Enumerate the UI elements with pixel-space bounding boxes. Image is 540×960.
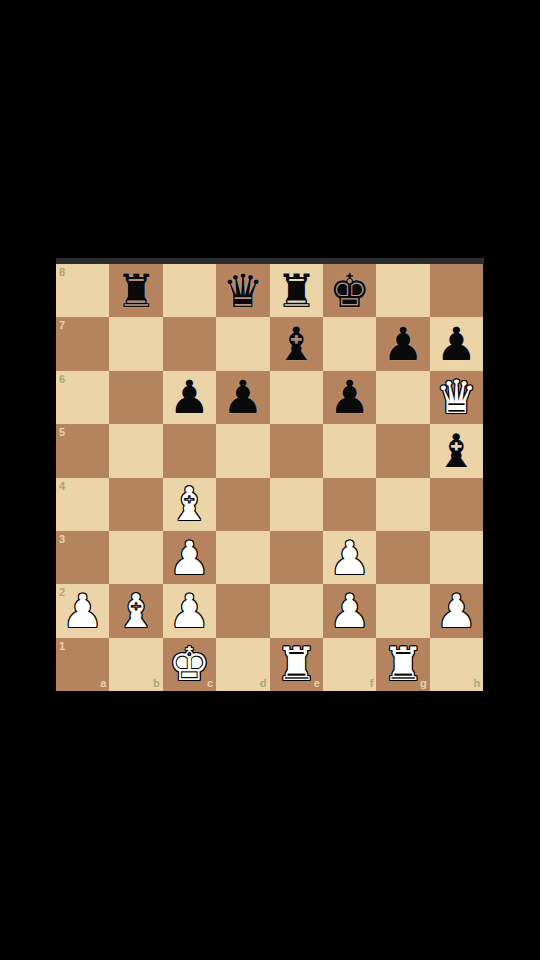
square-e3[interactable] — [270, 531, 323, 584]
square-a6[interactable]: 6 — [56, 371, 109, 424]
square-h1[interactable]: h — [430, 638, 483, 691]
piece-black-pawn[interactable]: ♟ — [222, 374, 263, 420]
square-d8[interactable]: ♛ — [216, 264, 269, 317]
board-area: 8♜♛♜♚7♝♟♟6♟♟♟♛5♝4♝3♟♟2♟♝♟♟♟1abc♚de♜fg♜h — [56, 258, 484, 691]
square-f8[interactable]: ♚ — [323, 264, 376, 317]
piece-black-bishop[interactable]: ♝ — [276, 321, 317, 367]
piece-white-rook[interactable]: ♜ — [276, 641, 317, 687]
square-a5[interactable]: 5 — [56, 424, 109, 477]
square-c2[interactable]: ♟ — [163, 584, 216, 637]
square-g5[interactable] — [376, 424, 429, 477]
square-h6[interactable]: ♛ — [430, 371, 483, 424]
square-h8[interactable] — [430, 264, 483, 317]
coord-rank-6: 6 — [59, 374, 65, 385]
square-g6[interactable] — [376, 371, 429, 424]
piece-white-pawn[interactable]: ♟ — [436, 588, 477, 634]
square-c5[interactable] — [163, 424, 216, 477]
piece-white-rook[interactable]: ♜ — [382, 641, 423, 687]
square-g8[interactable] — [376, 264, 429, 317]
square-g7[interactable]: ♟ — [376, 317, 429, 370]
square-c6[interactable]: ♟ — [163, 371, 216, 424]
piece-black-rook[interactable]: ♜ — [115, 268, 156, 314]
square-e8[interactable]: ♜ — [270, 264, 323, 317]
piece-white-pawn[interactable]: ♟ — [329, 535, 370, 581]
square-h3[interactable] — [430, 531, 483, 584]
square-h7[interactable]: ♟ — [430, 317, 483, 370]
piece-black-pawn[interactable]: ♟ — [436, 321, 477, 367]
square-b7[interactable] — [109, 317, 162, 370]
square-a1[interactable]: 1a — [56, 638, 109, 691]
square-g3[interactable] — [376, 531, 429, 584]
piece-white-bishop[interactable]: ♝ — [169, 481, 210, 527]
coord-file-f: f — [370, 678, 374, 689]
square-f5[interactable] — [323, 424, 376, 477]
piece-black-pawn[interactable]: ♟ — [329, 374, 370, 420]
coord-file-h: h — [473, 678, 480, 689]
square-f2[interactable]: ♟ — [323, 584, 376, 637]
square-b3[interactable] — [109, 531, 162, 584]
square-d2[interactable] — [216, 584, 269, 637]
piece-black-pawn[interactable]: ♟ — [169, 374, 210, 420]
square-f4[interactable] — [323, 478, 376, 531]
square-d4[interactable] — [216, 478, 269, 531]
square-c3[interactable]: ♟ — [163, 531, 216, 584]
piece-black-bishop[interactable]: ♝ — [436, 428, 477, 474]
coord-file-d: d — [260, 678, 267, 689]
piece-black-queen[interactable]: ♛ — [222, 268, 263, 314]
square-c7[interactable] — [163, 317, 216, 370]
square-e1[interactable]: e♜ — [270, 638, 323, 691]
square-g4[interactable] — [376, 478, 429, 531]
square-b2[interactable]: ♝ — [109, 584, 162, 637]
square-h4[interactable] — [430, 478, 483, 531]
piece-black-rook[interactable]: ♜ — [276, 268, 317, 314]
square-a2[interactable]: 2♟ — [56, 584, 109, 637]
piece-white-bishop[interactable]: ♝ — [115, 588, 156, 634]
square-d6[interactable]: ♟ — [216, 371, 269, 424]
square-e6[interactable] — [270, 371, 323, 424]
coord-rank-1: 1 — [59, 641, 65, 652]
square-a8[interactable]: 8 — [56, 264, 109, 317]
coord-file-a: a — [100, 678, 106, 689]
coord-rank-8: 8 — [59, 267, 65, 278]
square-e5[interactable] — [270, 424, 323, 477]
coord-rank-4: 4 — [59, 481, 65, 492]
piece-white-king[interactable]: ♚ — [169, 641, 210, 687]
screen: 8♜♛♜♚7♝♟♟6♟♟♟♛5♝4♝3♟♟2♟♝♟♟♟1abc♚de♜fg♜h — [0, 0, 540, 960]
square-e4[interactable] — [270, 478, 323, 531]
square-b6[interactable] — [109, 371, 162, 424]
square-c1[interactable]: c♚ — [163, 638, 216, 691]
piece-white-pawn[interactable]: ♟ — [62, 588, 103, 634]
square-d7[interactable] — [216, 317, 269, 370]
piece-white-pawn[interactable]: ♟ — [169, 588, 210, 634]
piece-black-pawn[interactable]: ♟ — [382, 321, 423, 367]
square-f3[interactable]: ♟ — [323, 531, 376, 584]
square-c8[interactable] — [163, 264, 216, 317]
coord-rank-7: 7 — [59, 320, 65, 331]
square-h2[interactable]: ♟ — [430, 584, 483, 637]
square-b4[interactable] — [109, 478, 162, 531]
square-d3[interactable] — [216, 531, 269, 584]
square-d5[interactable] — [216, 424, 269, 477]
square-e2[interactable] — [270, 584, 323, 637]
square-d1[interactable]: d — [216, 638, 269, 691]
piece-black-king[interactable]: ♚ — [329, 268, 370, 314]
coord-rank-3: 3 — [59, 534, 65, 545]
coord-file-b: b — [153, 678, 160, 689]
square-b5[interactable] — [109, 424, 162, 477]
coord-rank-5: 5 — [59, 427, 65, 438]
square-b8[interactable]: ♜ — [109, 264, 162, 317]
square-a3[interactable]: 3 — [56, 531, 109, 584]
chess-board: 8♜♛♜♚7♝♟♟6♟♟♟♛5♝4♝3♟♟2♟♝♟♟♟1abc♚de♜fg♜h — [56, 264, 484, 691]
square-f1[interactable]: f — [323, 638, 376, 691]
square-b1[interactable]: b — [109, 638, 162, 691]
square-e7[interactable]: ♝ — [270, 317, 323, 370]
square-f6[interactable]: ♟ — [323, 371, 376, 424]
square-g1[interactable]: g♜ — [376, 638, 429, 691]
piece-white-queen[interactable]: ♛ — [436, 374, 477, 420]
piece-white-pawn[interactable]: ♟ — [329, 588, 370, 634]
square-f7[interactable] — [323, 317, 376, 370]
square-h5[interactable]: ♝ — [430, 424, 483, 477]
piece-white-pawn[interactable]: ♟ — [169, 535, 210, 581]
square-a4[interactable]: 4 — [56, 478, 109, 531]
square-g2[interactable] — [376, 584, 429, 637]
square-c4[interactable]: ♝ — [163, 478, 216, 531]
square-a7[interactable]: 7 — [56, 317, 109, 370]
